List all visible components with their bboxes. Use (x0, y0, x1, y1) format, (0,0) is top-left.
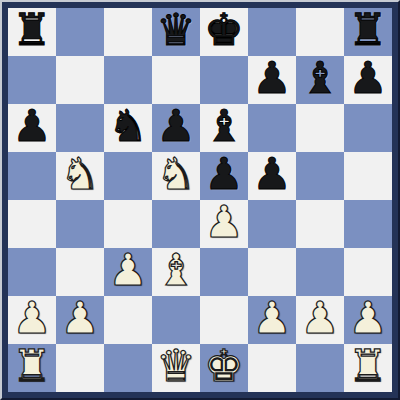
square-g1[interactable] (296, 344, 344, 392)
piece-black-bishop[interactable]: ♝ (300, 54, 339, 102)
piece-black-knight[interactable]: ♞ (108, 102, 147, 150)
piece-white-knight[interactable]: ♞ (156, 150, 195, 198)
square-b7[interactable] (56, 56, 104, 104)
square-h7[interactable]: ♟ (344, 56, 392, 104)
piece-white-pawn[interactable]: ♟ (252, 294, 291, 342)
piece-white-pawn[interactable]: ♟ (60, 294, 99, 342)
chess-board: ♜♛♚♜♟♝♟♟♞♟♝♞♞♟♟♟♟♝♟♟♟♟♟♜♛♚♜ (8, 8, 392, 392)
square-a1[interactable]: ♜ (8, 344, 56, 392)
square-h5[interactable] (344, 152, 392, 200)
square-e7[interactable] (200, 56, 248, 104)
square-b3[interactable] (56, 248, 104, 296)
square-h1[interactable]: ♜ (344, 344, 392, 392)
square-f1[interactable] (248, 344, 296, 392)
square-a5[interactable] (8, 152, 56, 200)
square-c5[interactable] (104, 152, 152, 200)
piece-black-pawn[interactable]: ♟ (204, 150, 243, 198)
square-b5[interactable]: ♞ (56, 152, 104, 200)
square-d1[interactable]: ♛ (152, 344, 200, 392)
piece-black-king[interactable]: ♚ (204, 6, 243, 54)
piece-black-rook[interactable]: ♜ (348, 6, 387, 54)
square-d6[interactable]: ♟ (152, 104, 200, 152)
square-g8[interactable] (296, 8, 344, 56)
piece-black-rook[interactable]: ♜ (12, 6, 51, 54)
piece-white-knight[interactable]: ♞ (60, 150, 99, 198)
square-d7[interactable] (152, 56, 200, 104)
square-c2[interactable] (104, 296, 152, 344)
square-f4[interactable] (248, 200, 296, 248)
square-d5[interactable]: ♞ (152, 152, 200, 200)
square-d3[interactable]: ♝ (152, 248, 200, 296)
square-a2[interactable]: ♟ (8, 296, 56, 344)
square-a8[interactable]: ♜ (8, 8, 56, 56)
piece-white-pawn[interactable]: ♟ (108, 246, 147, 294)
square-h6[interactable] (344, 104, 392, 152)
square-a6[interactable]: ♟ (8, 104, 56, 152)
piece-black-pawn[interactable]: ♟ (348, 54, 387, 102)
square-e5[interactable]: ♟ (200, 152, 248, 200)
square-b8[interactable] (56, 8, 104, 56)
square-g4[interactable] (296, 200, 344, 248)
square-g6[interactable] (296, 104, 344, 152)
piece-white-queen[interactable]: ♛ (156, 342, 195, 390)
piece-white-pawn[interactable]: ♟ (348, 294, 387, 342)
piece-black-pawn[interactable]: ♟ (12, 102, 51, 150)
square-c1[interactable] (104, 344, 152, 392)
piece-white-king[interactable]: ♚ (204, 342, 243, 390)
piece-black-queen[interactable]: ♛ (156, 6, 195, 54)
square-f5[interactable]: ♟ (248, 152, 296, 200)
piece-white-pawn[interactable]: ♟ (300, 294, 339, 342)
piece-white-rook[interactable]: ♜ (12, 342, 51, 390)
square-a4[interactable] (8, 200, 56, 248)
square-g2[interactable]: ♟ (296, 296, 344, 344)
square-h2[interactable]: ♟ (344, 296, 392, 344)
square-g5[interactable] (296, 152, 344, 200)
square-f3[interactable] (248, 248, 296, 296)
square-e6[interactable]: ♝ (200, 104, 248, 152)
square-a3[interactable] (8, 248, 56, 296)
piece-black-bishop[interactable]: ♝ (204, 102, 243, 150)
square-f2[interactable]: ♟ (248, 296, 296, 344)
square-g3[interactable] (296, 248, 344, 296)
square-f6[interactable] (248, 104, 296, 152)
square-b4[interactable] (56, 200, 104, 248)
piece-black-pawn[interactable]: ♟ (156, 102, 195, 150)
square-c3[interactable]: ♟ (104, 248, 152, 296)
square-h3[interactable] (344, 248, 392, 296)
square-e2[interactable] (200, 296, 248, 344)
square-d8[interactable]: ♛ (152, 8, 200, 56)
square-f8[interactable] (248, 8, 296, 56)
square-h8[interactable]: ♜ (344, 8, 392, 56)
square-e4[interactable]: ♟ (200, 200, 248, 248)
square-e1[interactable]: ♚ (200, 344, 248, 392)
square-b6[interactable] (56, 104, 104, 152)
square-h4[interactable] (344, 200, 392, 248)
square-d4[interactable] (152, 200, 200, 248)
piece-white-pawn[interactable]: ♟ (204, 198, 243, 246)
square-e8[interactable]: ♚ (200, 8, 248, 56)
piece-black-pawn[interactable]: ♟ (252, 150, 291, 198)
piece-white-bishop[interactable]: ♝ (156, 246, 195, 294)
square-a7[interactable] (8, 56, 56, 104)
square-b2[interactable]: ♟ (56, 296, 104, 344)
piece-black-pawn[interactable]: ♟ (252, 54, 291, 102)
square-e3[interactable] (200, 248, 248, 296)
square-f7[interactable]: ♟ (248, 56, 296, 104)
chess-board-frame: ♜♛♚♜♟♝♟♟♞♟♝♞♞♟♟♟♟♝♟♟♟♟♟♜♛♚♜ (0, 0, 400, 400)
square-d2[interactable] (152, 296, 200, 344)
square-b1[interactable] (56, 344, 104, 392)
piece-white-rook[interactable]: ♜ (348, 342, 387, 390)
square-c7[interactable] (104, 56, 152, 104)
square-c6[interactable]: ♞ (104, 104, 152, 152)
square-g7[interactable]: ♝ (296, 56, 344, 104)
square-c8[interactable] (104, 8, 152, 56)
piece-white-pawn[interactable]: ♟ (12, 294, 51, 342)
square-c4[interactable] (104, 200, 152, 248)
